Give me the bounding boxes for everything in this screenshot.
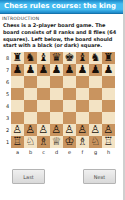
file-label: f	[76, 148, 89, 156]
board-square-h5	[102, 88, 115, 100]
board-square-h1: ♖	[102, 136, 115, 148]
board-square-d5	[50, 88, 63, 100]
board-square-a6	[11, 76, 24, 88]
board-corner	[4, 148, 11, 156]
board-square-d4	[50, 100, 63, 112]
board-square-c1: ♗	[37, 136, 50, 148]
file-label: a	[11, 148, 24, 156]
file-label: h	[102, 148, 115, 156]
board-square-d1: ♕	[50, 136, 63, 148]
rank-label: 1	[4, 136, 11, 148]
board-square-d7: ♟	[50, 64, 63, 76]
board-square-g5	[89, 88, 102, 100]
file-label: e	[63, 148, 76, 156]
last-button[interactable]: Last	[12, 169, 45, 184]
board-square-f1: ♗	[76, 136, 89, 148]
title-bar: Chess rules course: the king	[0, 0, 123, 14]
board-square-b5	[24, 88, 37, 100]
chess-piece: ♔	[65, 136, 75, 148]
chess-piece: ♟	[13, 64, 23, 76]
board-square-c4	[37, 100, 50, 112]
board-square-g4	[89, 100, 102, 112]
board-square-g7: ♟	[89, 64, 102, 76]
file-label: g	[89, 148, 102, 156]
board-square-d6	[50, 76, 63, 88]
board-square-b7: ♟	[24, 64, 37, 76]
file-label: d	[50, 148, 63, 156]
board-square-c7: ♟	[37, 64, 50, 76]
rank-label: 2	[4, 124, 11, 136]
board-square-a5	[11, 88, 24, 100]
board-square-a4	[11, 100, 24, 112]
rank-label: 5	[4, 88, 11, 100]
rank-label: 7	[4, 64, 11, 76]
board-square-h6	[102, 76, 115, 88]
chess-piece: ♕	[52, 136, 62, 148]
board-square-c6	[37, 76, 50, 88]
board-square-f4	[76, 100, 89, 112]
chess-piece: ♗	[78, 136, 88, 148]
chess-piece: ♟	[78, 64, 88, 76]
board-square-c5	[37, 88, 50, 100]
chess-piece: ♘	[91, 136, 101, 148]
rank-label: 6	[4, 76, 11, 88]
chess-piece: ♟	[39, 64, 49, 76]
rank-label: 3	[4, 112, 11, 124]
board-square-b4	[24, 100, 37, 112]
chess-piece: ♖	[13, 136, 23, 148]
page-title: Chess rules course: the king	[4, 2, 116, 10]
file-label: b	[24, 148, 37, 156]
chess-piece: ♘	[26, 136, 36, 148]
board-square-e7: ♟	[63, 64, 76, 76]
board-square-e4	[63, 100, 76, 112]
board-square-h7: ♟	[102, 64, 115, 76]
chess-board: 8♜♞♝♛♚♝♞♜7♟♟♟♟♟♟♟♟65432♙♙♙♙♙♙♙♙1♖♘♗♕♔♗♘♖…	[4, 52, 123, 160]
board-square-g1: ♘	[89, 136, 102, 148]
board-square-e5	[63, 88, 76, 100]
board-grid: 8♜♞♝♛♚♝♞♜7♟♟♟♟♟♟♟♟65432♙♙♙♙♙♙♙♙1♖♘♗♕♔♗♘♖…	[4, 52, 123, 160]
rank-label: 4	[4, 100, 11, 112]
board-square-f5	[76, 88, 89, 100]
next-button[interactable]: Next	[83, 169, 116, 184]
nav-button-row: Last Next	[0, 169, 123, 184]
chess-piece: ♟	[65, 64, 75, 76]
lesson-paragraph: Chess is a 2-player board game. The boar…	[3, 22, 119, 49]
chess-piece: ♟	[104, 64, 114, 76]
rank-label: 8	[4, 52, 11, 64]
chess-piece: ♖	[104, 136, 114, 148]
board-square-a1: ♖	[11, 136, 24, 148]
board-square-a7: ♟	[11, 64, 24, 76]
chess-piece: ♟	[26, 64, 36, 76]
chess-piece: ♟	[91, 64, 101, 76]
board-square-b1: ♘	[24, 136, 37, 148]
chess-piece: ♗	[39, 136, 49, 148]
board-square-b6	[24, 76, 37, 88]
file-label: c	[37, 148, 50, 156]
chess-piece: ♟	[52, 64, 62, 76]
app-screen: { "game": "chess", "position": "rnbqkbnr…	[0, 0, 125, 200]
section-heading: INTRODUCTION	[2, 16, 123, 21]
board-square-g6	[89, 76, 102, 88]
board-square-e1: ♔	[63, 136, 76, 148]
board-square-f6	[76, 76, 89, 88]
board-square-h4	[102, 100, 115, 112]
board-square-e6	[63, 76, 76, 88]
board-square-f7: ♟	[76, 64, 89, 76]
